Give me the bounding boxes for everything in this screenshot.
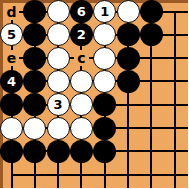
point-label-e: e xyxy=(4,50,19,66)
stone-white xyxy=(93,23,116,46)
stone-white xyxy=(70,70,93,93)
stone-white xyxy=(47,0,70,23)
stone-white xyxy=(117,0,140,23)
stone-black xyxy=(0,93,23,116)
stone-white xyxy=(0,117,23,140)
stone-black xyxy=(117,70,140,93)
stone-black-2: 2 xyxy=(70,23,93,46)
stone-black xyxy=(117,23,140,46)
stone-white xyxy=(47,117,70,140)
stone-black xyxy=(23,140,46,163)
stone-white-1: 1 xyxy=(93,0,116,23)
stone-white xyxy=(70,117,93,140)
grid-vline xyxy=(174,11,176,189)
stone-white-3: 3 xyxy=(47,93,70,116)
stone-black xyxy=(23,0,46,23)
stone-black xyxy=(70,140,93,163)
stone-black xyxy=(93,117,116,140)
stone-black xyxy=(0,140,23,163)
stone-white xyxy=(47,23,70,46)
stone-black-6: 6 xyxy=(70,0,93,23)
stone-black xyxy=(23,47,46,70)
point-label-c: c xyxy=(74,50,89,66)
stone-black xyxy=(93,93,116,116)
stone-black xyxy=(23,23,46,46)
stone-black xyxy=(117,47,140,70)
stone-white xyxy=(47,70,70,93)
stone-black xyxy=(23,93,46,116)
stone-white xyxy=(70,93,93,116)
stone-white xyxy=(93,70,116,93)
stone-white xyxy=(47,47,70,70)
stone-black xyxy=(23,70,46,93)
grid-hline xyxy=(11,174,189,176)
stone-white xyxy=(23,117,46,140)
stone-black xyxy=(93,140,116,163)
go-board: d6152ec43 xyxy=(0,0,188,188)
stone-white xyxy=(93,47,116,70)
stone-black xyxy=(140,23,163,46)
stone-black xyxy=(140,0,163,23)
stone-black-4: 4 xyxy=(0,70,23,93)
stone-white-5: 5 xyxy=(0,23,23,46)
point-label-d: d xyxy=(4,4,19,20)
stone-black xyxy=(47,140,70,163)
